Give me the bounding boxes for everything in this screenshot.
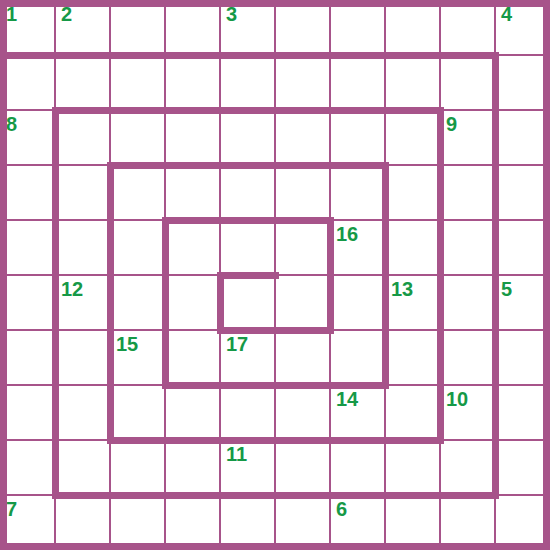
cell-r5c5[interactable] — [275, 275, 330, 330]
cell-r9c3[interactable] — [165, 495, 220, 550]
cell-r0c0[interactable]: 1 — [0, 0, 55, 55]
cell-r9c0[interactable]: 7 — [0, 495, 55, 550]
cell-r2c0[interactable]: 8 — [0, 110, 55, 165]
clue-number-2: 2 — [61, 1, 72, 27]
spiral-wall-segment — [217, 272, 279, 279]
cell-r6c1[interactable] — [55, 330, 110, 385]
cell-r1c5[interactable] — [275, 55, 330, 110]
cell-r4c6[interactable]: 16 — [330, 220, 385, 275]
cell-r9c1[interactable] — [55, 495, 110, 550]
cell-r5c8[interactable] — [440, 275, 495, 330]
spiral-wall-segment — [107, 162, 114, 444]
cell-r4c7[interactable] — [385, 220, 440, 275]
cell-r2c3[interactable] — [165, 110, 220, 165]
cell-r5c0[interactable] — [0, 275, 55, 330]
cell-r5c1[interactable]: 12 — [55, 275, 110, 330]
cell-r0c6[interactable] — [330, 0, 385, 55]
cell-r4c8[interactable] — [440, 220, 495, 275]
clue-number-3: 3 — [226, 1, 237, 27]
cell-r2c5[interactable] — [275, 110, 330, 165]
clue-number-14: 14 — [336, 386, 358, 412]
clue-number-16: 16 — [336, 221, 358, 247]
cell-r7c0[interactable] — [0, 385, 55, 440]
cell-r6c4[interactable]: 17 — [220, 330, 275, 385]
clue-number-8: 8 — [6, 111, 17, 137]
cell-r7c2[interactable] — [110, 385, 165, 440]
cell-r9c7[interactable] — [385, 495, 440, 550]
cell-r3c9[interactable] — [495, 165, 550, 220]
clue-number-13: 13 — [391, 276, 413, 302]
cell-r4c3[interactable] — [165, 220, 220, 275]
cell-r8c5[interactable] — [275, 440, 330, 495]
spiral-wall-segment — [162, 217, 169, 389]
clue-number-4: 4 — [501, 1, 512, 27]
cell-r8c2[interactable] — [110, 440, 165, 495]
clue-number-9: 9 — [446, 111, 457, 137]
cell-r0c9[interactable]: 4 — [495, 0, 550, 55]
cell-r8c9[interactable] — [495, 440, 550, 495]
cell-r7c6[interactable]: 14 — [330, 385, 385, 440]
cell-r0c2[interactable] — [110, 0, 165, 55]
clue-number-12: 12 — [61, 276, 83, 302]
cell-r9c6[interactable]: 6 — [330, 495, 385, 550]
cell-r2c6[interactable] — [330, 110, 385, 165]
spiral-wall-segment — [52, 107, 59, 499]
cell-r3c0[interactable] — [0, 165, 55, 220]
cell-r4c0[interactable] — [0, 220, 55, 275]
spiral-wall-segment — [382, 162, 389, 389]
cell-r4c5[interactable] — [275, 220, 330, 275]
cell-r1c2[interactable] — [110, 55, 165, 110]
spiral-wall-segment — [217, 272, 224, 334]
cell-r1c4[interactable] — [220, 55, 275, 110]
cell-r7c9[interactable] — [495, 385, 550, 440]
cell-r8c4[interactable]: 11 — [220, 440, 275, 495]
cell-r1c0[interactable] — [0, 55, 55, 110]
clue-number-11: 11 — [226, 441, 247, 467]
cell-r9c9[interactable] — [495, 495, 550, 550]
cell-r0c3[interactable] — [165, 0, 220, 55]
clue-number-10: 10 — [446, 386, 468, 412]
cell-r4c2[interactable] — [110, 220, 165, 275]
cell-r5c6[interactable] — [330, 275, 385, 330]
cell-r7c4[interactable] — [220, 385, 275, 440]
cell-r6c9[interactable] — [495, 330, 550, 385]
cell-r1c3[interactable] — [165, 55, 220, 110]
cell-r6c5[interactable] — [275, 330, 330, 385]
cell-r4c9[interactable] — [495, 220, 550, 275]
cell-r4c4[interactable] — [220, 220, 275, 275]
cell-r3c2[interactable] — [110, 165, 165, 220]
cell-r8c8[interactable] — [440, 440, 495, 495]
cell-r7c8[interactable]: 10 — [440, 385, 495, 440]
cell-r5c9[interactable]: 5 — [495, 275, 550, 330]
cell-r6c7[interactable] — [385, 330, 440, 385]
cell-r1c1[interactable] — [55, 55, 110, 110]
clue-number-1: 1 — [6, 1, 17, 27]
cell-r9c2[interactable] — [110, 495, 165, 550]
cell-r2c9[interactable] — [495, 110, 550, 165]
spiral-wall-segment — [107, 437, 444, 444]
spiral-wall-segment — [107, 162, 389, 169]
spiral-wall-segment — [217, 327, 334, 334]
spiral-wall-segment — [52, 107, 444, 114]
cell-r9c4[interactable] — [220, 495, 275, 550]
cell-r2c2[interactable] — [110, 110, 165, 165]
cell-r0c4[interactable]: 3 — [220, 0, 275, 55]
cell-r0c1[interactable]: 2 — [55, 0, 110, 55]
cell-r6c6[interactable] — [330, 330, 385, 385]
cell-r2c8[interactable]: 9 — [440, 110, 495, 165]
spiral-wall-segment — [162, 382, 389, 389]
cell-r6c2[interactable]: 15 — [110, 330, 165, 385]
clue-number-7: 7 — [6, 496, 17, 522]
spiral-crossword-board: 1234891612135151714101176 — [0, 0, 550, 550]
cell-r9c5[interactable] — [275, 495, 330, 550]
spiral-wall-segment — [327, 217, 334, 334]
spiral-wall-segment — [492, 52, 499, 499]
cell-r1c7[interactable] — [385, 55, 440, 110]
cell-r8c6[interactable] — [330, 440, 385, 495]
spiral-wall-segment — [162, 217, 334, 224]
cell-r2c4[interactable] — [220, 110, 275, 165]
cell-r0c8[interactable] — [440, 0, 495, 55]
cell-r6c0[interactable] — [0, 330, 55, 385]
cell-r5c2[interactable] — [110, 275, 165, 330]
cell-r6c8[interactable] — [440, 330, 495, 385]
cell-r3c4[interactable] — [220, 165, 275, 220]
cell-r0c5[interactable] — [275, 0, 330, 55]
spiral-wall-segment — [52, 492, 499, 499]
cell-r3c6[interactable] — [330, 165, 385, 220]
cell-r5c3[interactable] — [165, 275, 220, 330]
cell-r2c7[interactable] — [385, 110, 440, 165]
cell-r7c3[interactable] — [165, 385, 220, 440]
spiral-wall-segment — [437, 107, 444, 444]
cell-r0c7[interactable] — [385, 0, 440, 55]
cell-r4c1[interactable] — [55, 220, 110, 275]
cell-r3c5[interactable] — [275, 165, 330, 220]
cell-r7c7[interactable] — [385, 385, 440, 440]
cell-r5c7[interactable]: 13 — [385, 275, 440, 330]
cell-r3c8[interactable] — [440, 165, 495, 220]
cell-r8c3[interactable] — [165, 440, 220, 495]
cell-r3c1[interactable] — [55, 165, 110, 220]
cell-r8c7[interactable] — [385, 440, 440, 495]
cell-r1c8[interactable] — [440, 55, 495, 110]
cell-r7c1[interactable] — [55, 385, 110, 440]
cell-r2c1[interactable] — [55, 110, 110, 165]
cell-r3c7[interactable] — [385, 165, 440, 220]
cell-r6c3[interactable] — [165, 330, 220, 385]
cell-r8c0[interactable] — [0, 440, 55, 495]
spiral-wall-segment — [0, 52, 499, 59]
cell-r5c4[interactable] — [220, 275, 275, 330]
cell-r7c5[interactable] — [275, 385, 330, 440]
clue-number-15: 15 — [116, 331, 138, 357]
cell-r1c9[interactable] — [495, 55, 550, 110]
clue-number-5: 5 — [501, 276, 512, 302]
cell-r8c1[interactable] — [55, 440, 110, 495]
clue-number-17: 17 — [226, 331, 248, 357]
clue-number-6: 6 — [336, 496, 347, 522]
cell-r1c6[interactable] — [330, 55, 385, 110]
cell-r9c8[interactable] — [440, 495, 495, 550]
cell-r3c3[interactable] — [165, 165, 220, 220]
